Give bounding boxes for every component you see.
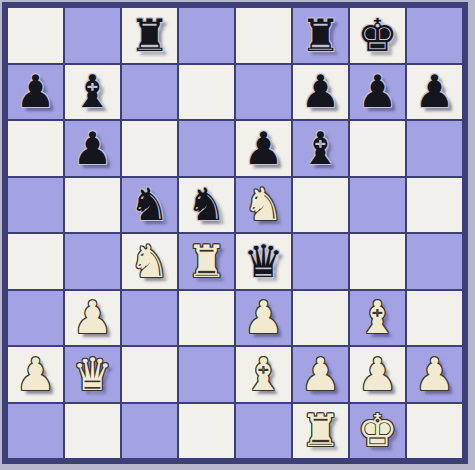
board-frame: ♜♜♚♟♝♟♟♟♟♟♝♞♞♞♞♜♛♟♟♝♟♛♝♟♟♟♜♚: [0, 0, 475, 470]
square-b7[interactable]: ♝: [65, 65, 120, 120]
square-a3[interactable]: [8, 291, 63, 346]
square-g1[interactable]: ♚: [350, 404, 405, 459]
piece-black-pawn[interactable]: ♟: [357, 69, 397, 114]
square-a8[interactable]: [8, 8, 63, 63]
piece-black-pawn[interactable]: ♟: [414, 69, 454, 114]
square-a6[interactable]: [8, 121, 63, 176]
square-f7[interactable]: ♟: [293, 65, 348, 120]
square-c1[interactable]: [122, 404, 177, 459]
piece-white-pawn[interactable]: ♟: [357, 352, 397, 397]
piece-white-knight[interactable]: ♞: [243, 182, 283, 227]
piece-white-rook[interactable]: ♜: [300, 408, 340, 453]
piece-black-rook[interactable]: ♜: [129, 13, 169, 58]
piece-white-pawn[interactable]: ♟: [300, 352, 340, 397]
square-c2[interactable]: [122, 347, 177, 402]
piece-white-pawn[interactable]: ♟: [414, 352, 454, 397]
square-e4[interactable]: ♛: [236, 234, 291, 289]
square-f5[interactable]: [293, 178, 348, 233]
square-g5[interactable]: [350, 178, 405, 233]
square-e1[interactable]: [236, 404, 291, 459]
piece-black-bishop[interactable]: ♝: [72, 69, 112, 114]
square-g7[interactable]: ♟: [350, 65, 405, 120]
piece-black-knight[interactable]: ♞: [129, 182, 169, 227]
square-f3[interactable]: [293, 291, 348, 346]
square-d3[interactable]: [179, 291, 234, 346]
square-c5[interactable]: ♞: [122, 178, 177, 233]
square-h7[interactable]: ♟: [407, 65, 462, 120]
square-h1[interactable]: [407, 404, 462, 459]
square-g8[interactable]: ♚: [350, 8, 405, 63]
square-a1[interactable]: [8, 404, 63, 459]
piece-white-bishop[interactable]: ♝: [357, 295, 397, 340]
square-d1[interactable]: [179, 404, 234, 459]
piece-black-pawn[interactable]: ♟: [243, 126, 283, 171]
square-b2[interactable]: ♛: [65, 347, 120, 402]
piece-white-rook[interactable]: ♜: [186, 239, 226, 284]
square-g3[interactable]: ♝: [350, 291, 405, 346]
square-g2[interactable]: ♟: [350, 347, 405, 402]
piece-black-rook[interactable]: ♜: [300, 13, 340, 58]
square-b6[interactable]: ♟: [65, 121, 120, 176]
square-e8[interactable]: [236, 8, 291, 63]
square-d5[interactable]: ♞: [179, 178, 234, 233]
square-f6[interactable]: ♝: [293, 121, 348, 176]
piece-white-pawn[interactable]: ♟: [15, 352, 55, 397]
piece-black-pawn[interactable]: ♟: [15, 69, 55, 114]
square-b5[interactable]: [65, 178, 120, 233]
square-e6[interactable]: ♟: [236, 121, 291, 176]
square-d7[interactable]: [179, 65, 234, 120]
square-h6[interactable]: [407, 121, 462, 176]
square-d4[interactable]: ♜: [179, 234, 234, 289]
piece-black-knight[interactable]: ♞: [186, 182, 226, 227]
square-h3[interactable]: [407, 291, 462, 346]
square-g4[interactable]: [350, 234, 405, 289]
square-a7[interactable]: ♟: [8, 65, 63, 120]
square-h5[interactable]: [407, 178, 462, 233]
square-a2[interactable]: ♟: [8, 347, 63, 402]
piece-white-knight[interactable]: ♞: [129, 239, 169, 284]
piece-black-pawn[interactable]: ♟: [300, 69, 340, 114]
square-d8[interactable]: [179, 8, 234, 63]
piece-black-bishop[interactable]: ♝: [300, 126, 340, 171]
square-f1[interactable]: ♜: [293, 404, 348, 459]
square-d6[interactable]: [179, 121, 234, 176]
square-c3[interactable]: [122, 291, 177, 346]
square-e7[interactable]: [236, 65, 291, 120]
square-a5[interactable]: [8, 178, 63, 233]
square-f2[interactable]: ♟: [293, 347, 348, 402]
piece-black-king[interactable]: ♚: [357, 13, 397, 58]
square-h8[interactable]: [407, 8, 462, 63]
piece-white-queen[interactable]: ♛: [72, 352, 112, 397]
piece-white-pawn[interactable]: ♟: [243, 295, 283, 340]
piece-black-queen[interactable]: ♛: [243, 239, 283, 284]
square-b1[interactable]: [65, 404, 120, 459]
piece-white-bishop[interactable]: ♝: [243, 352, 283, 397]
square-e2[interactable]: ♝: [236, 347, 291, 402]
square-d2[interactable]: [179, 347, 234, 402]
square-b4[interactable]: [65, 234, 120, 289]
square-c7[interactable]: [122, 65, 177, 120]
square-b3[interactable]: ♟: [65, 291, 120, 346]
square-f8[interactable]: ♜: [293, 8, 348, 63]
square-h2[interactable]: ♟: [407, 347, 462, 402]
square-e5[interactable]: ♞: [236, 178, 291, 233]
square-c6[interactable]: [122, 121, 177, 176]
piece-white-pawn[interactable]: ♟: [72, 295, 112, 340]
piece-white-king[interactable]: ♚: [357, 408, 397, 453]
square-c8[interactable]: ♜: [122, 8, 177, 63]
square-g6[interactable]: [350, 121, 405, 176]
piece-black-pawn[interactable]: ♟: [72, 126, 112, 171]
square-e3[interactable]: ♟: [236, 291, 291, 346]
chess-board: ♜♜♚♟♝♟♟♟♟♟♝♞♞♞♞♜♛♟♟♝♟♛♝♟♟♟♜♚: [2, 2, 468, 464]
square-f4[interactable]: [293, 234, 348, 289]
square-b8[interactable]: [65, 8, 120, 63]
square-c4[interactable]: ♞: [122, 234, 177, 289]
square-h4[interactable]: [407, 234, 462, 289]
square-a4[interactable]: [8, 234, 63, 289]
